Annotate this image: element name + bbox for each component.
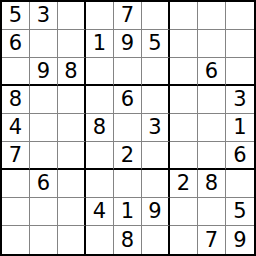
cell-r3c9[interactable] <box>226 58 254 86</box>
cell-r3c3: 8 <box>58 58 86 86</box>
cell-r8c8[interactable] <box>198 198 226 226</box>
cell-r7c1[interactable] <box>2 170 30 198</box>
cell-r6c3[interactable] <box>58 142 86 170</box>
cell-r2c8[interactable] <box>198 30 226 58</box>
cell-r1c4[interactable] <box>86 2 114 30</box>
cell-r9c2[interactable] <box>30 226 58 254</box>
cell-r2c9[interactable] <box>226 30 254 58</box>
cell-r4c7[interactable] <box>170 86 198 114</box>
cell-r1c3[interactable] <box>58 2 86 30</box>
cell-r9c7[interactable] <box>170 226 198 254</box>
cell-r6c5: 2 <box>114 142 142 170</box>
cell-r5c7[interactable] <box>170 114 198 142</box>
cell-r8c4: 4 <box>86 198 114 226</box>
cell-r4c9: 3 <box>226 86 254 114</box>
cell-r8c3[interactable] <box>58 198 86 226</box>
cell-r6c1: 7 <box>2 142 30 170</box>
cell-r8c1[interactable] <box>2 198 30 226</box>
cell-r1c9[interactable] <box>226 2 254 30</box>
cell-r5c9: 1 <box>226 114 254 142</box>
cell-r2c5: 9 <box>114 30 142 58</box>
cell-r6c2[interactable] <box>30 142 58 170</box>
cell-r6c9: 6 <box>226 142 254 170</box>
cell-r9c4[interactable] <box>86 226 114 254</box>
cell-r8c2[interactable] <box>30 198 58 226</box>
cell-r8c6: 9 <box>142 198 170 226</box>
cell-r2c6: 5 <box>142 30 170 58</box>
cell-r7c3[interactable] <box>58 170 86 198</box>
cell-r2c2[interactable] <box>30 30 58 58</box>
cell-r7c2: 6 <box>30 170 58 198</box>
cell-r5c6: 3 <box>142 114 170 142</box>
cell-r4c2[interactable] <box>30 86 58 114</box>
cell-r6c6[interactable] <box>142 142 170 170</box>
cell-r1c2: 3 <box>30 2 58 30</box>
cell-r3c7[interactable] <box>170 58 198 86</box>
cell-r2c4: 1 <box>86 30 114 58</box>
cell-r9c1[interactable] <box>2 226 30 254</box>
cell-r4c5: 6 <box>114 86 142 114</box>
cell-r7c9[interactable] <box>226 170 254 198</box>
cell-r6c8[interactable] <box>198 142 226 170</box>
cell-r7c6[interactable] <box>142 170 170 198</box>
cell-r9c8: 7 <box>198 226 226 254</box>
cell-r4c1: 8 <box>2 86 30 114</box>
cell-r2c7[interactable] <box>170 30 198 58</box>
cell-r3c5[interactable] <box>114 58 142 86</box>
cell-r6c4[interactable] <box>86 142 114 170</box>
cell-r2c1: 6 <box>2 30 30 58</box>
cell-r3c4[interactable] <box>86 58 114 86</box>
cell-r9c5: 8 <box>114 226 142 254</box>
cell-r4c3[interactable] <box>58 86 86 114</box>
cell-r3c2: 9 <box>30 58 58 86</box>
cell-r8c5: 1 <box>114 198 142 226</box>
cell-r4c6[interactable] <box>142 86 170 114</box>
cell-r7c7: 2 <box>170 170 198 198</box>
cell-r5c8[interactable] <box>198 114 226 142</box>
cell-r5c5[interactable] <box>114 114 142 142</box>
cell-r9c3[interactable] <box>58 226 86 254</box>
cell-r1c5: 7 <box>114 2 142 30</box>
cell-r9c6[interactable] <box>142 226 170 254</box>
cell-r4c8[interactable] <box>198 86 226 114</box>
cell-r4c4[interactable] <box>86 86 114 114</box>
sudoku-board: 537619598686348317266284195879 <box>0 0 256 256</box>
cell-r5c2[interactable] <box>30 114 58 142</box>
cell-r1c1: 5 <box>2 2 30 30</box>
cell-r7c4[interactable] <box>86 170 114 198</box>
cell-r8c7[interactable] <box>170 198 198 226</box>
cell-r5c4: 8 <box>86 114 114 142</box>
cell-r5c1: 4 <box>2 114 30 142</box>
cell-r1c6[interactable] <box>142 2 170 30</box>
cell-r6c7[interactable] <box>170 142 198 170</box>
cell-r1c7[interactable] <box>170 2 198 30</box>
cell-r7c5[interactable] <box>114 170 142 198</box>
cell-r8c9: 5 <box>226 198 254 226</box>
cell-r7c8: 8 <box>198 170 226 198</box>
cell-r3c1[interactable] <box>2 58 30 86</box>
cell-r1c8[interactable] <box>198 2 226 30</box>
cell-r3c8: 6 <box>198 58 226 86</box>
cell-r3c6[interactable] <box>142 58 170 86</box>
cell-r5c3[interactable] <box>58 114 86 142</box>
cell-r9c9: 9 <box>226 226 254 254</box>
cell-r2c3[interactable] <box>58 30 86 58</box>
